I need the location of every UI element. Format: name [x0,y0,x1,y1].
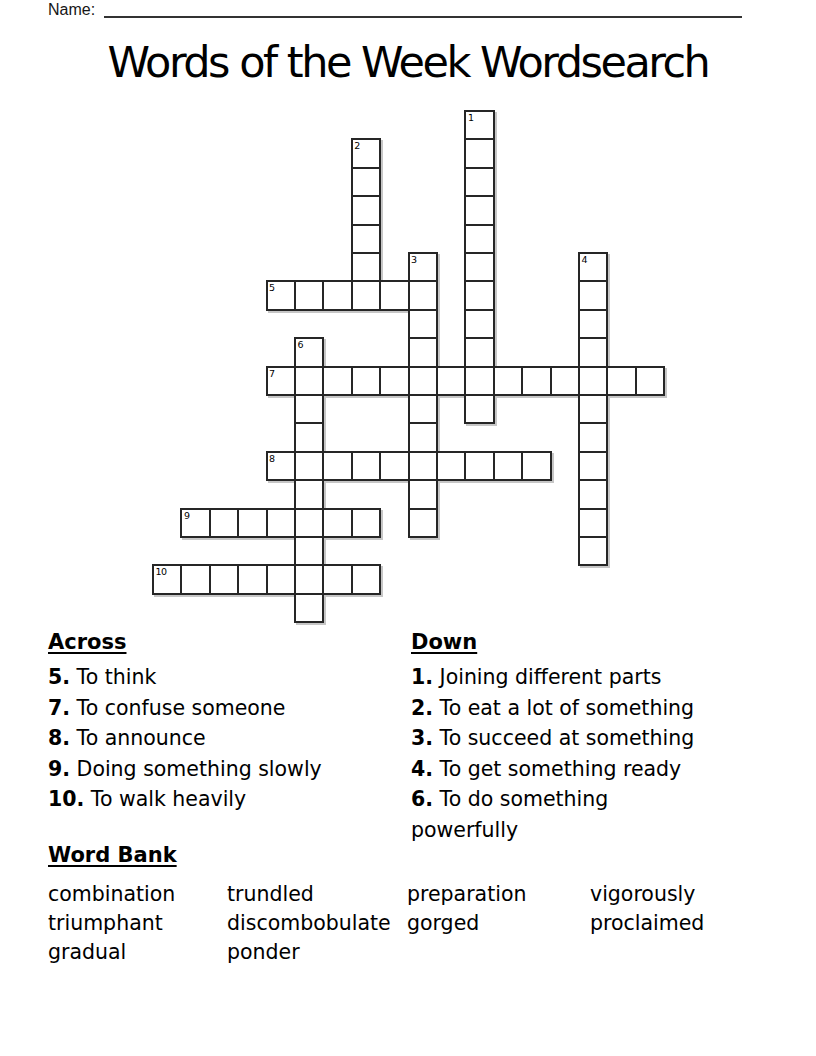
clue-number-label: 3. [411,726,433,750]
grid-cell[interactable] [237,564,267,594]
grid-cell[interactable] [578,394,608,424]
clue-number-label: 4. [411,757,433,781]
grid-cell[interactable] [408,309,438,339]
grid-cell[interactable] [379,280,409,310]
clue-number: 7 [269,368,275,379]
grid-cell[interactable] [351,252,381,282]
grid-cell[interactable] [464,337,494,367]
grid-cell[interactable] [606,366,636,396]
across-clue-9: 9. Doing something slowly [48,754,398,785]
grid-cell[interactable] [322,366,352,396]
grid-cell[interactable]: 2 [351,138,381,168]
grid-cell[interactable] [578,451,608,481]
word-bank-item: ponder [227,938,407,967]
across-clue-list: 5. To think7. To confuse someone8. To an… [48,662,398,815]
grid-cell[interactable] [322,451,352,481]
grid-cell[interactable] [408,394,438,424]
clue-number-label: 10. [48,787,84,811]
word-bank-item: gorged [407,909,590,938]
grid-cell[interactable] [379,451,409,481]
across-clue-10: 10. To walk heavily [48,784,398,815]
grid-cell[interactable] [294,280,324,310]
down-clue-2: 2. To eat a lot of something [411,693,763,724]
word-bank-item: vigorously [590,880,793,909]
grid-cell[interactable] [408,422,438,452]
grid-cell[interactable] [464,451,494,481]
crossword-grid: 12345678910 [152,110,666,624]
page-title: Words of the Week Wordsearch [0,36,816,88]
word-bank-section: Word Bank combinationtrundledpreparation… [48,843,793,966]
grid-cell[interactable]: 5 [266,280,296,310]
grid-cell[interactable] [408,479,438,509]
name-input-line[interactable] [104,0,742,18]
grid-cell[interactable] [351,564,381,594]
word-bank-item: gradual [48,938,227,967]
across-clue-7: 7. To confuse someone [48,693,398,724]
word-bank-item: triumphant [48,909,227,938]
grid-cell[interactable] [180,564,210,594]
grid-cell[interactable]: 8 [266,451,296,481]
grid-cell[interactable] [464,394,494,424]
grid-cell[interactable]: 3 [408,252,438,282]
name-label: Name: [48,1,95,19]
down-heading: Down [411,630,477,655]
grid-cell[interactable] [294,479,324,509]
clue-number: 5 [269,282,275,293]
grid-cell[interactable]: 4 [578,252,608,282]
grid-cell[interactable] [408,366,438,396]
grid-cell[interactable] [550,366,580,396]
grid-cell[interactable] [464,280,494,310]
grid-cell[interactable] [464,252,494,282]
clue-number: 8 [269,453,275,464]
grid-cell[interactable] [294,394,324,424]
word-bank-item: proclaimed [590,909,793,938]
grid-cell[interactable] [294,366,324,396]
grid-cell[interactable]: 6 [294,337,324,367]
down-clues-section: Down 1. Joining different parts2. To eat… [411,630,763,845]
grid-cell[interactable] [294,564,324,594]
grid-cell[interactable] [294,593,324,623]
grid-cell[interactable] [322,564,352,594]
grid-cell[interactable] [294,536,324,566]
grid-cell[interactable] [464,309,494,339]
word-bank-item: trundled [227,880,407,909]
grid-cell[interactable] [351,224,381,254]
clue-number-label: 1. [411,665,433,689]
grid-cell[interactable] [351,508,381,538]
grid-cell[interactable] [464,195,494,225]
clue-number-label: 9. [48,757,70,781]
down-clue-list: 1. Joining different parts2. To eat a lo… [411,662,763,845]
grid-cell[interactable] [237,508,267,538]
clue-number-label: 6. [411,787,433,811]
grid-cell[interactable] [635,366,665,396]
down-clue-4: 4. To get something ready [411,754,763,785]
grid-cell[interactable] [266,564,296,594]
grid-cell[interactable] [578,479,608,509]
grid-cell[interactable]: 7 [266,366,296,396]
grid-cell[interactable] [578,337,608,367]
across-clue-5: 5. To think [48,662,398,693]
down-clue-1: 1. Joining different parts [411,662,763,693]
grid-cell[interactable] [408,280,438,310]
grid-cell[interactable] [209,508,239,538]
grid-cell[interactable] [379,366,409,396]
grid-cell[interactable] [493,451,523,481]
grid-cell[interactable] [209,564,239,594]
clue-number-label: 5. [48,665,70,689]
grid-cell[interactable] [322,280,352,310]
grid-cell[interactable] [436,366,466,396]
grid-cell[interactable] [578,508,608,538]
across-heading: Across [48,630,126,655]
grid-cell[interactable] [351,280,381,310]
grid-cell[interactable] [578,366,608,396]
grid-cell[interactable] [464,224,494,254]
grid-cell[interactable] [521,451,551,481]
clue-number: 4 [582,254,588,265]
clue-number: 10 [156,566,167,577]
word-bank-item: discombobulate [227,909,407,938]
word-bank-item: combination [48,880,227,909]
down-clue-3: 3. To succeed at something [411,723,763,754]
worksheet-page: Name: Words of the Week Wordsearch 12345… [0,0,816,1056]
grid-cell[interactable] [408,337,438,367]
grid-cell[interactable] [408,451,438,481]
grid-cell[interactable] [294,451,324,481]
grid-cell[interactable] [464,366,494,396]
clue-number-label: 2. [411,696,433,720]
grid-cell[interactable] [351,167,381,197]
clue-number: 3 [411,254,417,265]
clue-number-label: 7. [48,696,70,720]
grid-cell[interactable] [521,366,551,396]
grid-cell[interactable] [294,422,324,452]
grid-cell[interactable] [493,366,523,396]
grid-cell[interactable] [464,138,494,168]
across-clues-section: Across 5. To think7. To confuse someone8… [48,630,398,815]
grid-cell[interactable] [351,195,381,225]
grid-cell[interactable] [578,280,608,310]
grid-cell[interactable]: 10 [152,564,182,594]
clue-number: 6 [298,339,304,350]
clue-number-label: 8. [48,726,70,750]
grid-cell[interactable]: 1 [464,110,494,140]
grid-cell[interactable] [578,422,608,452]
word-bank-heading: Word Bank [48,843,177,868]
across-clue-8: 8. To announce [48,723,398,754]
grid-cell[interactable] [464,167,494,197]
grid-cell[interactable]: 9 [180,508,210,538]
grid-cell[interactable] [266,508,296,538]
grid-cell[interactable] [578,309,608,339]
grid-cell[interactable] [294,508,324,538]
down-clue-6: 6. To do somethingpowerfully [411,784,763,845]
clue-number: 2 [354,140,360,151]
grid-cell[interactable] [408,508,438,538]
clue-number: 1 [468,112,474,123]
grid-cell[interactable] [578,536,608,566]
word-bank-item: preparation [407,880,590,909]
word-bank-grid: combinationtrundledpreparationvigorously… [48,880,793,966]
grid-cell[interactable] [351,451,381,481]
grid-cell[interactable] [351,366,381,396]
clue-number: 9 [184,510,190,521]
grid-cell[interactable] [322,508,352,538]
grid-cell[interactable] [436,451,466,481]
